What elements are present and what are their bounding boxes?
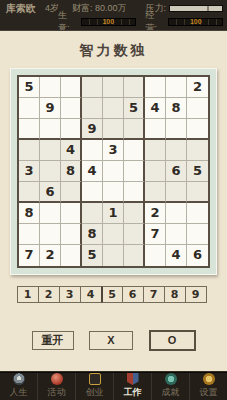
sudoku-cell-r9c7[interactable] [145,245,166,266]
sudoku-cell-r1c5[interactable] [103,77,124,98]
sudoku-cell-r4c9[interactable] [187,140,208,161]
sudoku-cell-r1c2[interactable] [40,77,61,98]
sudoku-cell-r3c8[interactable] [166,119,187,140]
sudoku-cell-r4c8[interactable] [166,140,187,161]
sudoku-cell-r8c3[interactable] [61,224,82,245]
compass-icon [13,373,25,385]
sudoku-cell-r9c5[interactable] [103,245,124,266]
balloon-icon [51,373,63,385]
nav-tab-label: 成就 [162,386,180,398]
stat1-bar: 100 [81,18,136,26]
sudoku-cell-r5c8[interactable]: 6 [166,161,187,182]
sudoku-cell-r9c3[interactable] [61,245,82,266]
stat2-bar: 100 [168,18,223,26]
sudoku-cell-r9c9[interactable]: 6 [187,245,208,266]
sudoku-cell-r5c7[interactable] [145,161,166,182]
sudoku-cell-r5c5[interactable] [103,161,124,182]
sudoku-cell-r6c2[interactable]: 6 [40,182,61,203]
number-key-9[interactable]: 9 [185,286,207,303]
sudoku-cell-r2c3[interactable] [61,98,82,119]
player-age: 4岁 [45,2,59,15]
stat2-value: 100 [190,18,202,25]
sudoku-cell-r7c3[interactable] [61,203,82,224]
nav-tab-3[interactable]: 创业 [76,373,114,400]
sudoku-cell-r1c9[interactable]: 2 [187,77,208,98]
number-key-2[interactable]: 2 [38,286,60,303]
number-key-7[interactable]: 7 [143,286,165,303]
sudoku-cell-r4c3[interactable]: 4 [61,140,82,161]
sudoku-cell-r8c9[interactable] [187,224,208,245]
nav-tab-2[interactable]: 活动 [38,373,76,400]
number-key-row: 123456789 [17,286,211,303]
sudoku-cell-r6c4[interactable] [82,182,103,203]
sudoku-cell-r4c2[interactable] [40,140,61,161]
pressure-bar [169,5,223,12]
coin-icon [203,373,215,385]
sudoku-cell-r4c1[interactable] [19,140,40,161]
sudoku-cell-r8c4[interactable]: 8 [82,224,103,245]
sudoku-cell-r9c8[interactable]: 4 [166,245,187,266]
nav-tab-5[interactable]: 成就 [152,373,190,400]
sudoku-cell-r6c6[interactable] [124,182,145,203]
sudoku-cell-r7c1[interactable]: 8 [19,203,40,224]
sudoku-cell-r1c8[interactable] [166,77,187,98]
cancel-button[interactable]: X [89,331,133,350]
sudoku-cell-r3c6[interactable] [124,119,145,140]
sudoku-cell-r3c2[interactable] [40,119,61,140]
dialog-title: 智力数独 [0,31,227,60]
sudoku-cell-r7c7[interactable]: 2 [145,203,166,224]
sudoku-cell-r7c9[interactable] [187,203,208,224]
number-key-8[interactable]: 8 [164,286,186,303]
sudoku-cell-r1c7[interactable] [145,77,166,98]
sudoku-cell-r5c6[interactable] [124,161,145,182]
sudoku-cell-r7c4[interactable] [82,203,103,224]
number-key-6[interactable]: 6 [122,286,144,303]
sudoku-cell-r2c5[interactable] [103,98,124,119]
top-status-bar: 库索欧 4岁 财富: 80.00万 压力: 生意: 100 经营: 100 [0,0,227,30]
nav-tab-4[interactable]: 工作 [114,373,152,400]
sudoku-cell-r2c1[interactable] [19,98,40,119]
sudoku-cell-r8c8[interactable] [166,224,187,245]
sudoku-cell-r5c4[interactable]: 4 [82,161,103,182]
medal-icon [165,373,177,385]
sudoku-cell-r8c1[interactable] [19,224,40,245]
action-button-row: 重开 X O [32,330,196,351]
sudoku-cell-r3c5[interactable] [103,119,124,140]
nav-tab-label: 人生 [10,386,28,398]
sudoku-cell-r5c1[interactable]: 3 [19,161,40,182]
nav-tab-label: 设置 [200,386,218,398]
sudoku-cell-r8c2[interactable] [40,224,61,245]
sudoku-cell-r6c5[interactable] [103,182,124,203]
confirm-button[interactable]: O [149,330,196,351]
stat1-value: 100 [102,18,114,25]
sudoku-cell-r6c9[interactable] [187,182,208,203]
sudoku-cell-r9c6[interactable] [124,245,145,266]
sudoku-grid: 5295489433846568128772546 [17,75,210,268]
sudoku-cell-r2c2[interactable]: 9 [40,98,61,119]
sudoku-cell-r2c9[interactable] [187,98,208,119]
sudoku-dialog: 智力数独 5295489433846568128772546 123456789… [0,30,227,373]
sudoku-cell-r9c2[interactable]: 2 [40,245,61,266]
sudoku-cell-r8c5[interactable] [103,224,124,245]
sudoku-cell-r1c6[interactable] [124,77,145,98]
sudoku-cell-r3c1[interactable] [19,119,40,140]
sudoku-cell-r4c6[interactable] [124,140,145,161]
sudoku-cell-r5c3[interactable]: 8 [61,161,82,182]
player-name: 库索欧 [6,2,36,16]
sudoku-cell-r8c6[interactable] [124,224,145,245]
sudoku-cell-r2c6[interactable]: 5 [124,98,145,119]
sudoku-cell-r1c3[interactable] [61,77,82,98]
sudoku-cell-r2c4[interactable] [82,98,103,119]
sudoku-cell-r8c7[interactable]: 7 [145,224,166,245]
nav-tab-label: 工作 [124,386,142,398]
sudoku-cell-r2c7[interactable]: 4 [145,98,166,119]
sudoku-cell-r3c9[interactable] [187,119,208,140]
sudoku-cell-r6c8[interactable] [166,182,187,203]
sudoku-cell-r6c3[interactable] [61,182,82,203]
sudoku-cell-r6c1[interactable] [19,182,40,203]
nav-tab-6[interactable]: 设置 [190,373,227,400]
sudoku-cell-r9c4[interactable]: 5 [82,245,103,266]
sudoku-cell-r7c2[interactable] [40,203,61,224]
number-key-4[interactable]: 4 [80,286,102,303]
sudoku-cell-r7c8[interactable] [166,203,187,224]
flag-icon [127,373,139,385]
sudoku-cell-r6c7[interactable] [145,182,166,203]
briefcase-icon [89,373,101,385]
sudoku-cell-r9c1[interactable]: 7 [19,245,40,266]
sudoku-cell-r4c5[interactable]: 3 [103,140,124,161]
bottom-nav-bar: 人生活动创业工作成就设置 [0,372,227,400]
nav-tab-label: 创业 [86,386,104,398]
sudoku-cell-r2c8[interactable]: 8 [166,98,187,119]
number-key-5[interactable]: 5 [101,286,123,303]
sudoku-cell-r3c3[interactable] [61,119,82,140]
sudoku-cell-r4c4[interactable] [82,140,103,161]
sudoku-cell-r1c4[interactable] [82,77,103,98]
sudoku-cell-r1c1[interactable]: 5 [19,77,40,98]
pressure-bar-marker [207,6,209,11]
sudoku-cell-r3c4[interactable]: 9 [82,119,103,140]
sudoku-board-frame: 5295489433846568128772546 [10,68,217,275]
sudoku-cell-r4c7[interactable] [145,140,166,161]
number-key-1[interactable]: 1 [17,286,39,303]
sudoku-cell-r5c2[interactable] [40,161,61,182]
sudoku-cell-r5c9[interactable]: 5 [187,161,208,182]
nav-tab-1[interactable]: 人生 [0,373,38,400]
number-key-3[interactable]: 3 [59,286,81,303]
sudoku-cell-r3c7[interactable] [145,119,166,140]
nav-tab-label: 活动 [48,386,66,398]
sudoku-cell-r7c5[interactable]: 1 [103,203,124,224]
sudoku-cell-r7c6[interactable] [124,203,145,224]
restart-button[interactable]: 重开 [32,331,74,350]
